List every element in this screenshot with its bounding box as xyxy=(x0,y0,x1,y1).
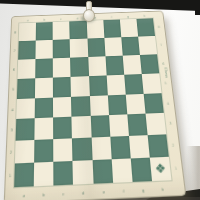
square-b8 xyxy=(36,22,53,40)
rank-label-left-7: 7 xyxy=(12,45,17,56)
square-g4 xyxy=(125,93,145,114)
rank-label-left-5: 5 xyxy=(11,83,16,95)
chess-board: ❖ xyxy=(14,18,171,187)
square-e5 xyxy=(89,75,108,96)
photo-stage: abcdefgh abcdefgh 87654321 87654321 Ches… xyxy=(0,0,200,200)
square-h8 xyxy=(136,18,155,36)
file-label-bottom-g: g xyxy=(137,186,149,193)
square-b4 xyxy=(35,97,54,118)
square-a8 xyxy=(19,23,36,41)
square-d3 xyxy=(72,116,91,138)
square-a1 xyxy=(14,163,34,187)
rank-label-right-4: 4 xyxy=(165,96,172,109)
square-g1 xyxy=(131,158,152,182)
square-h7 xyxy=(138,36,157,55)
square-d5 xyxy=(71,76,90,97)
rank-label-right-7: 7 xyxy=(158,39,164,50)
square-a2 xyxy=(15,140,35,163)
brand-text: Chess xyxy=(160,67,169,78)
square-f8 xyxy=(103,20,121,38)
square-d8 xyxy=(70,21,87,39)
file-label-bottom-b: b xyxy=(38,190,50,198)
square-a5 xyxy=(17,78,35,99)
square-b5 xyxy=(35,77,53,98)
square-g6 xyxy=(122,55,141,75)
rank-label-left-2: 2 xyxy=(8,146,14,160)
square-e3 xyxy=(90,116,110,138)
file-label-bottom-a: a xyxy=(18,191,30,199)
square-f3 xyxy=(109,115,129,137)
square-c2 xyxy=(53,139,72,162)
square-c4 xyxy=(53,96,72,117)
square-g2 xyxy=(129,135,150,158)
square-b6 xyxy=(35,58,53,78)
square-f4 xyxy=(107,94,127,115)
square-h3 xyxy=(145,113,166,135)
square-b1 xyxy=(34,162,54,186)
square-e7 xyxy=(87,38,105,57)
square-e8 xyxy=(86,20,104,38)
rank-label-left-4: 4 xyxy=(10,103,15,116)
square-a4 xyxy=(16,98,35,120)
square-e2 xyxy=(91,137,111,160)
diamond-logo-icon: ❖ xyxy=(155,163,167,176)
square-f7 xyxy=(104,37,122,56)
square-c5 xyxy=(53,77,71,98)
square-h2 xyxy=(148,135,169,158)
file-label-bottom-f: f xyxy=(117,187,129,195)
square-d4 xyxy=(71,96,90,117)
file-label-bottom-d: d xyxy=(77,188,89,196)
square-g7 xyxy=(121,36,140,55)
square-c1 xyxy=(54,161,74,185)
square-a6 xyxy=(18,59,36,79)
mat-cast-shadow xyxy=(186,146,200,194)
square-b7 xyxy=(36,40,53,59)
square-d1 xyxy=(73,160,93,184)
square-d7 xyxy=(70,38,88,57)
file-label-top-h: h xyxy=(139,13,149,17)
file-label-top-g: g xyxy=(123,14,133,18)
square-b3 xyxy=(35,118,54,140)
rank-label-right-8: 8 xyxy=(156,21,162,32)
square-g5 xyxy=(124,74,144,94)
rank-label-right-3: 3 xyxy=(167,117,174,130)
rank-label-left-3: 3 xyxy=(9,124,14,137)
square-h4 xyxy=(143,93,163,114)
square-c6 xyxy=(53,57,71,77)
square-c7 xyxy=(53,39,70,58)
square-h6 xyxy=(140,54,159,74)
square-c3 xyxy=(53,117,72,139)
file-label-bottom-c: c xyxy=(58,189,70,197)
rank-label-right-2: 2 xyxy=(170,139,177,153)
square-b2 xyxy=(34,139,53,162)
rank-label-left-6: 6 xyxy=(11,63,16,75)
file-label-bottom-e: e xyxy=(97,188,109,196)
square-f6 xyxy=(105,55,124,75)
file-label-top-a: a xyxy=(23,18,33,22)
file-label-top-c: c xyxy=(56,16,66,20)
rank-label-right-1: 1 xyxy=(172,161,179,175)
square-f2 xyxy=(110,136,131,159)
square-a7 xyxy=(18,40,36,59)
square-g3 xyxy=(127,114,147,136)
square-e6 xyxy=(88,56,106,76)
rank-label-left-1: 1 xyxy=(7,168,13,182)
square-e1 xyxy=(92,159,113,183)
square-e4 xyxy=(89,95,108,116)
background-top-right-corner xyxy=(195,0,200,15)
chess-mat: abcdefgh abcdefgh 87654321 87654321 Ches… xyxy=(4,11,187,200)
square-f5 xyxy=(106,74,125,94)
rank-label-right-5: 5 xyxy=(162,77,169,89)
square-g8 xyxy=(120,19,138,37)
square-a3 xyxy=(16,119,35,141)
file-label-top-f: f xyxy=(106,14,116,18)
file-label-top-b: b xyxy=(39,17,49,21)
file-label-bottom-h: h xyxy=(156,185,169,192)
hook-knob-icon xyxy=(83,9,95,22)
square-d2 xyxy=(72,138,92,161)
square-c8 xyxy=(53,21,70,39)
square-h5 xyxy=(142,73,162,93)
rank-label-left-8: 8 xyxy=(13,27,18,38)
square-d6 xyxy=(70,57,88,77)
square-f1 xyxy=(111,159,132,183)
square-h1: ❖ xyxy=(150,157,172,181)
